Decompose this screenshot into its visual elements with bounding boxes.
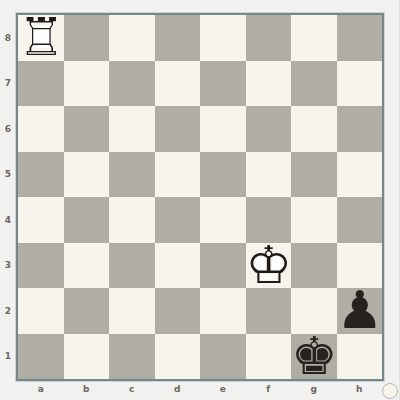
square-a2[interactable] (18, 288, 64, 334)
rank-label-4: 4 (0, 197, 16, 243)
rank-labels: 87654321 (0, 13, 16, 381)
square-e3[interactable] (200, 243, 246, 289)
square-d5[interactable] (155, 152, 201, 198)
square-e5[interactable] (200, 152, 246, 198)
square-d2[interactable] (155, 288, 201, 334)
square-b2[interactable] (64, 288, 110, 334)
square-c5[interactable] (109, 152, 155, 198)
square-c4[interactable] (109, 197, 155, 243)
square-e6[interactable] (200, 106, 246, 152)
square-g1[interactable]: ♚ (291, 334, 337, 380)
square-b3[interactable] (64, 243, 110, 289)
square-h7[interactable] (337, 61, 383, 107)
square-h2[interactable]: ♟ (337, 288, 383, 334)
square-b1[interactable] (64, 334, 110, 380)
square-a1[interactable] (18, 334, 64, 380)
square-d6[interactable] (155, 106, 201, 152)
square-a5[interactable] (18, 152, 64, 198)
square-e8[interactable] (200, 15, 246, 61)
square-f3[interactable]: ♚♔ (246, 243, 292, 289)
square-g8[interactable] (291, 15, 337, 61)
file-label-c: c (109, 381, 155, 397)
file-labels: abcdefgh (16, 381, 384, 397)
square-d1[interactable] (155, 334, 201, 380)
square-f7[interactable] (246, 61, 292, 107)
square-g3[interactable] (291, 243, 337, 289)
square-b7[interactable] (64, 61, 110, 107)
square-e7[interactable] (200, 61, 246, 107)
square-a8[interactable]: ♜♖ (18, 15, 64, 61)
square-g4[interactable] (291, 197, 337, 243)
rank-label-2: 2 (0, 288, 16, 334)
square-a4[interactable] (18, 197, 64, 243)
rank-label-7: 7 (0, 61, 16, 107)
rank-label-8: 8 (0, 15, 16, 61)
white-king[interactable]: ♔ (246, 243, 293, 289)
square-e4[interactable] (200, 197, 246, 243)
square-f2[interactable] (246, 288, 292, 334)
square-f8[interactable] (246, 15, 292, 61)
file-label-g: g (291, 381, 337, 397)
file-label-e: e (200, 381, 246, 397)
square-h8[interactable] (337, 15, 383, 61)
square-f6[interactable] (246, 106, 292, 152)
square-b5[interactable] (64, 152, 110, 198)
square-d7[interactable] (155, 61, 201, 107)
white-rook[interactable]: ♖ (18, 15, 65, 61)
square-h4[interactable] (337, 197, 383, 243)
file-label-h: h (337, 381, 383, 397)
square-f5[interactable] (246, 152, 292, 198)
rank-label-5: 5 (0, 152, 16, 198)
white-to-move-indicator-icon (382, 383, 398, 399)
square-c8[interactable] (109, 15, 155, 61)
file-label-b: b (64, 381, 110, 397)
square-e1[interactable] (200, 334, 246, 380)
square-c2[interactable] (109, 288, 155, 334)
square-h5[interactable] (337, 152, 383, 198)
square-b8[interactable] (64, 15, 110, 61)
rank-label-1: 1 (0, 334, 16, 380)
square-a3[interactable] (18, 243, 64, 289)
square-g7[interactable] (291, 61, 337, 107)
chess-diagram-page: 87654321 ♜♖♚♔♟♚ abcdefgh (0, 0, 400, 400)
square-g5[interactable] (291, 152, 337, 198)
square-d3[interactable] (155, 243, 201, 289)
board-with-coordinates: 87654321 ♜♖♚♔♟♚ abcdefgh (0, 13, 384, 397)
square-c6[interactable] (109, 106, 155, 152)
square-d4[interactable] (155, 197, 201, 243)
square-g6[interactable] (291, 106, 337, 152)
file-label-f: f (246, 381, 292, 397)
rank-label-6: 6 (0, 106, 16, 152)
black-king[interactable]: ♚ (291, 334, 338, 380)
square-h6[interactable] (337, 106, 383, 152)
black-pawn[interactable]: ♟ (337, 288, 384, 334)
rank-label-3: 3 (0, 243, 16, 289)
square-c1[interactable] (109, 334, 155, 380)
square-a6[interactable] (18, 106, 64, 152)
chess-board[interactable]: ♜♖♚♔♟♚ (16, 13, 384, 381)
square-f1[interactable] (246, 334, 292, 380)
file-label-a: a (18, 381, 64, 397)
square-a7[interactable] (18, 61, 64, 107)
file-label-d: d (155, 381, 201, 397)
square-d8[interactable] (155, 15, 201, 61)
square-b6[interactable] (64, 106, 110, 152)
square-b4[interactable] (64, 197, 110, 243)
square-c7[interactable] (109, 61, 155, 107)
square-c3[interactable] (109, 243, 155, 289)
square-e2[interactable] (200, 288, 246, 334)
square-h1[interactable] (337, 334, 383, 380)
